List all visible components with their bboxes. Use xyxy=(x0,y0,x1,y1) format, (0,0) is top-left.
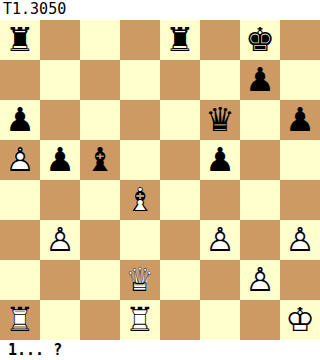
square-g1[interactable] xyxy=(240,300,280,340)
square-f7[interactable] xyxy=(200,60,240,100)
piece-black-pawn: ♟ xyxy=(200,140,240,180)
square-d8[interactable] xyxy=(120,20,160,60)
square-b3[interactable]: ♟♙ xyxy=(40,220,80,260)
square-e7[interactable] xyxy=(160,60,200,100)
square-a4[interactable] xyxy=(0,180,40,220)
square-a6[interactable]: ♟ xyxy=(0,100,40,140)
square-g6[interactable] xyxy=(240,100,280,140)
piece-outline: ♙ xyxy=(200,220,240,260)
square-a2[interactable] xyxy=(0,260,40,300)
square-a8[interactable]: ♜ xyxy=(0,20,40,60)
piece-white-queen: ♛♕ xyxy=(120,260,160,300)
square-g8[interactable]: ♚ xyxy=(240,20,280,60)
piece-white-pawn: ♟♙ xyxy=(40,220,80,260)
piece-white-rook: ♜♖ xyxy=(120,300,160,340)
piece-outline: ♖ xyxy=(0,300,40,340)
piece-outline: ♕ xyxy=(120,260,160,300)
square-d7[interactable] xyxy=(120,60,160,100)
square-f8[interactable] xyxy=(200,20,240,60)
square-g2[interactable]: ♟♙ xyxy=(240,260,280,300)
square-b7[interactable] xyxy=(40,60,80,100)
square-a3[interactable] xyxy=(0,220,40,260)
square-d1[interactable]: ♜♖ xyxy=(120,300,160,340)
piece-outline: ♙ xyxy=(280,220,320,260)
square-f4[interactable] xyxy=(200,180,240,220)
square-e5[interactable] xyxy=(160,140,200,180)
piece-black-pawn: ♟ xyxy=(0,100,40,140)
square-g5[interactable] xyxy=(240,140,280,180)
piece-black-rook: ♜ xyxy=(160,20,200,60)
square-f3[interactable]: ♟♙ xyxy=(200,220,240,260)
square-c5[interactable]: ♝ xyxy=(80,140,120,180)
square-c8[interactable] xyxy=(80,20,120,60)
square-c1[interactable] xyxy=(80,300,120,340)
piece-black-pawn: ♟ xyxy=(280,100,320,140)
piece-white-pawn: ♟♙ xyxy=(240,260,280,300)
piece-black-bishop: ♝ xyxy=(80,140,120,180)
square-e6[interactable] xyxy=(160,100,200,140)
square-h1[interactable]: ♚♔ xyxy=(280,300,320,340)
piece-white-pawn: ♟♙ xyxy=(280,220,320,260)
piece-black-rook: ♜ xyxy=(0,20,40,60)
piece-black-queen: ♛ xyxy=(200,100,240,140)
square-h5[interactable] xyxy=(280,140,320,180)
square-b8[interactable] xyxy=(40,20,80,60)
square-f1[interactable] xyxy=(200,300,240,340)
piece-white-king: ♚♔ xyxy=(280,300,320,340)
square-e3[interactable] xyxy=(160,220,200,260)
square-h8[interactable] xyxy=(280,20,320,60)
square-c6[interactable] xyxy=(80,100,120,140)
square-e1[interactable] xyxy=(160,300,200,340)
square-b1[interactable] xyxy=(40,300,80,340)
square-b6[interactable] xyxy=(40,100,80,140)
puzzle-title: T1.3050 xyxy=(0,0,320,20)
square-a7[interactable] xyxy=(0,60,40,100)
piece-black-king: ♚ xyxy=(240,20,280,60)
square-d3[interactable] xyxy=(120,220,160,260)
square-g7[interactable]: ♟ xyxy=(240,60,280,100)
square-h7[interactable] xyxy=(280,60,320,100)
square-g3[interactable] xyxy=(240,220,280,260)
square-d6[interactable] xyxy=(120,100,160,140)
piece-white-rook: ♜♖ xyxy=(0,300,40,340)
square-c3[interactable] xyxy=(80,220,120,260)
square-h6[interactable]: ♟ xyxy=(280,100,320,140)
square-d5[interactable] xyxy=(120,140,160,180)
piece-white-bishop: ♝♗ xyxy=(120,180,160,220)
square-b2[interactable] xyxy=(40,260,80,300)
square-h4[interactable] xyxy=(280,180,320,220)
piece-outline: ♖ xyxy=(120,300,160,340)
square-f6[interactable]: ♛ xyxy=(200,100,240,140)
move-prompt: 1... ? xyxy=(0,340,320,360)
chess-board: ♜♜♚♟♟♛♟♟♙♟♝♟♝♗♟♙♟♙♟♙♛♕♟♙♜♖♜♖♚♔ xyxy=(0,20,320,340)
piece-black-pawn: ♟ xyxy=(40,140,80,180)
square-c4[interactable] xyxy=(80,180,120,220)
square-d4[interactable]: ♝♗ xyxy=(120,180,160,220)
piece-white-pawn: ♟♙ xyxy=(200,220,240,260)
square-d2[interactable]: ♛♕ xyxy=(120,260,160,300)
piece-outline: ♗ xyxy=(120,180,160,220)
square-c2[interactable] xyxy=(80,260,120,300)
square-h2[interactable] xyxy=(280,260,320,300)
square-c7[interactable] xyxy=(80,60,120,100)
square-f5[interactable]: ♟ xyxy=(200,140,240,180)
square-a5[interactable]: ♟♙ xyxy=(0,140,40,180)
square-e4[interactable] xyxy=(160,180,200,220)
square-f2[interactable] xyxy=(200,260,240,300)
square-b4[interactable] xyxy=(40,180,80,220)
piece-outline: ♙ xyxy=(240,260,280,300)
piece-outline: ♙ xyxy=(0,140,40,180)
piece-black-pawn: ♟ xyxy=(240,60,280,100)
square-b5[interactable]: ♟ xyxy=(40,140,80,180)
square-e2[interactable] xyxy=(160,260,200,300)
square-h3[interactable]: ♟♙ xyxy=(280,220,320,260)
square-a1[interactable]: ♜♖ xyxy=(0,300,40,340)
piece-white-pawn: ♟♙ xyxy=(0,140,40,180)
piece-outline: ♙ xyxy=(40,220,80,260)
square-e8[interactable]: ♜ xyxy=(160,20,200,60)
square-g4[interactable] xyxy=(240,180,280,220)
piece-outline: ♔ xyxy=(280,300,320,340)
